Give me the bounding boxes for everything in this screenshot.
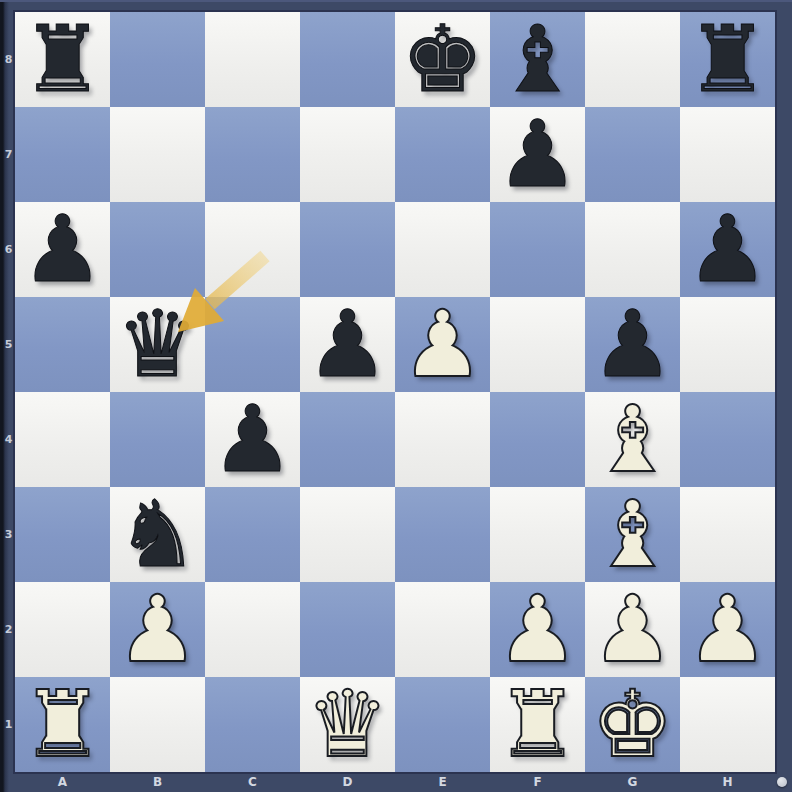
square-g2[interactable]: ♟	[585, 582, 680, 677]
square-h1[interactable]	[680, 677, 775, 772]
piece-white-bishop-g3[interactable]: ♝	[591, 487, 673, 582]
square-d6[interactable]	[300, 202, 395, 297]
square-f2[interactable]: ♟	[490, 582, 585, 677]
square-a3[interactable]	[15, 487, 110, 582]
square-b4[interactable]	[110, 392, 205, 487]
square-g5[interactable]: ♟	[585, 297, 680, 392]
square-a7[interactable]	[15, 107, 110, 202]
piece-white-rook-f1[interactable]: ♜	[496, 677, 578, 772]
piece-white-queen-d1[interactable]: ♛	[306, 677, 388, 772]
piece-black-king-e8[interactable]: ♚	[401, 12, 483, 107]
piece-white-pawn-f2[interactable]: ♟	[496, 582, 578, 677]
piece-white-pawn-e5[interactable]: ♟	[401, 297, 483, 392]
file-label-a: A	[15, 772, 110, 792]
corner-dot	[777, 777, 787, 787]
square-c8[interactable]	[205, 12, 300, 107]
piece-white-pawn-g2[interactable]: ♟	[591, 582, 673, 677]
square-f4[interactable]	[490, 392, 585, 487]
square-c3[interactable]	[205, 487, 300, 582]
square-e8[interactable]: ♚	[395, 12, 490, 107]
piece-black-knight-b3[interactable]: ♞	[116, 487, 198, 582]
rank-label-5: 5	[0, 297, 15, 392]
square-b6[interactable]	[110, 202, 205, 297]
square-b7[interactable]	[110, 107, 205, 202]
square-h8[interactable]: ♜	[680, 12, 775, 107]
square-b1[interactable]	[110, 677, 205, 772]
square-d7[interactable]	[300, 107, 395, 202]
square-a2[interactable]	[15, 582, 110, 677]
rank-label-3: 3	[0, 487, 15, 582]
piece-black-pawn-g5[interactable]: ♟	[591, 297, 673, 392]
square-d2[interactable]	[300, 582, 395, 677]
square-a5[interactable]	[15, 297, 110, 392]
square-e4[interactable]	[395, 392, 490, 487]
piece-black-rook-h8[interactable]: ♜	[686, 12, 768, 107]
square-a8[interactable]: ♜	[15, 12, 110, 107]
piece-black-rook-a8[interactable]: ♜	[21, 12, 103, 107]
piece-white-pawn-h2[interactable]: ♟	[686, 582, 768, 677]
square-e2[interactable]	[395, 582, 490, 677]
piece-black-queen-b5[interactable]: ♛	[116, 297, 198, 392]
square-d8[interactable]	[300, 12, 395, 107]
square-g4[interactable]: ♝	[585, 392, 680, 487]
square-f8[interactable]: ♝	[490, 12, 585, 107]
square-e5[interactable]: ♟	[395, 297, 490, 392]
square-a1[interactable]: ♜	[15, 677, 110, 772]
square-g3[interactable]: ♝	[585, 487, 680, 582]
rank-label-6: 6	[0, 202, 15, 297]
rank-label-7: 7	[0, 107, 15, 202]
square-c1[interactable]	[205, 677, 300, 772]
square-f1[interactable]: ♜	[490, 677, 585, 772]
piece-white-bishop-g4[interactable]: ♝	[591, 392, 673, 487]
file-label-d: D	[300, 772, 395, 792]
rank-label-8: 8	[0, 12, 15, 107]
rank-label-2: 2	[0, 582, 15, 677]
file-label-b: B	[110, 772, 205, 792]
file-label-h: H	[680, 772, 775, 792]
square-b8[interactable]	[110, 12, 205, 107]
file-label-c: C	[205, 772, 300, 792]
square-a6[interactable]: ♟	[15, 202, 110, 297]
square-c4[interactable]: ♟	[205, 392, 300, 487]
piece-black-bishop-f8[interactable]: ♝	[496, 12, 578, 107]
square-h4[interactable]	[680, 392, 775, 487]
square-f7[interactable]: ♟	[490, 107, 585, 202]
piece-black-pawn-h6[interactable]: ♟	[686, 202, 768, 297]
square-e7[interactable]	[395, 107, 490, 202]
rank-label-1: 1	[0, 677, 15, 772]
square-h3[interactable]	[680, 487, 775, 582]
square-a4[interactable]	[15, 392, 110, 487]
piece-black-pawn-c4[interactable]: ♟	[211, 392, 293, 487]
file-label-f: F	[490, 772, 585, 792]
rank-label-4: 4	[0, 392, 15, 487]
square-g7[interactable]	[585, 107, 680, 202]
square-f6[interactable]	[490, 202, 585, 297]
square-c2[interactable]	[205, 582, 300, 677]
square-b2[interactable]: ♟	[110, 582, 205, 677]
square-g6[interactable]	[585, 202, 680, 297]
square-b5[interactable]: ♛	[110, 297, 205, 392]
board-frame: ♜♚♝♜♟♟♟♛♟♟♟♟♝♞♝♟♟♟♟♜♛♜♚ 87654321ABCDEFGH	[0, 0, 792, 792]
piece-black-pawn-a6[interactable]: ♟	[21, 202, 103, 297]
file-label-g: G	[585, 772, 680, 792]
square-h7[interactable]	[680, 107, 775, 202]
square-f5[interactable]	[490, 297, 585, 392]
square-g8[interactable]	[585, 12, 680, 107]
square-g1[interactable]: ♚	[585, 677, 680, 772]
piece-white-king-g1[interactable]: ♚	[591, 677, 673, 772]
square-c6[interactable]	[205, 202, 300, 297]
square-h6[interactable]: ♟	[680, 202, 775, 297]
square-e1[interactable]	[395, 677, 490, 772]
piece-white-pawn-b2[interactable]: ♟	[116, 582, 198, 677]
square-d5[interactable]: ♟	[300, 297, 395, 392]
square-e6[interactable]	[395, 202, 490, 297]
chess-board: ♜♚♝♜♟♟♟♛♟♟♟♟♝♞♝♟♟♟♟♜♛♜♚	[15, 12, 775, 772]
square-d1[interactable]: ♛	[300, 677, 395, 772]
square-f3[interactable]	[490, 487, 585, 582]
square-e3[interactable]	[395, 487, 490, 582]
square-h5[interactable]	[680, 297, 775, 392]
piece-black-pawn-d5[interactable]: ♟	[306, 297, 388, 392]
piece-white-rook-a1[interactable]: ♜	[21, 677, 103, 772]
square-h2[interactable]: ♟	[680, 582, 775, 677]
piece-black-pawn-f7[interactable]: ♟	[496, 107, 578, 202]
square-c7[interactable]	[205, 107, 300, 202]
square-b3[interactable]: ♞	[110, 487, 205, 582]
square-d4[interactable]	[300, 392, 395, 487]
square-c5[interactable]	[205, 297, 300, 392]
square-d3[interactable]	[300, 487, 395, 582]
file-label-e: E	[395, 772, 490, 792]
